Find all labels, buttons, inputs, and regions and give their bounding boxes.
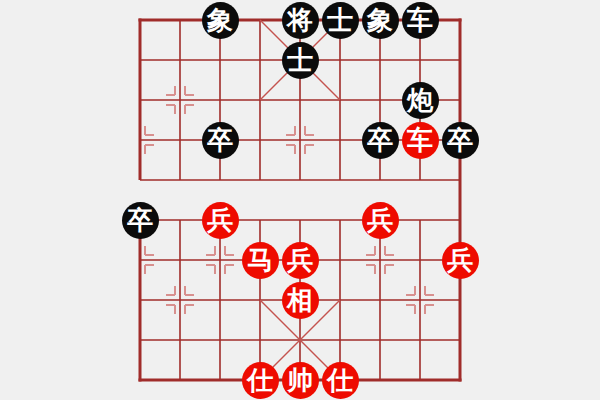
red-advisor-piece[interactable]: 仕 <box>322 362 359 399</box>
black-chariot-piece[interactable]: 车 <box>402 2 439 39</box>
red-king-piece[interactable]: 帅 <box>282 362 319 399</box>
red-soldier-piece[interactable]: 兵 <box>202 202 239 239</box>
red-elephant-piece[interactable]: 相 <box>282 282 319 319</box>
red-soldier-piece[interactable]: 兵 <box>282 242 319 279</box>
black-soldier-piece[interactable]: 卒 <box>122 202 159 239</box>
black-soldier-piece[interactable]: 卒 <box>362 122 399 159</box>
black-elephant-piece[interactable]: 象 <box>202 2 239 39</box>
red-horse-piece[interactable]: 马 <box>242 242 279 279</box>
black-soldier-piece[interactable]: 卒 <box>442 122 479 159</box>
black-general-piece[interactable]: 将 <box>282 2 319 39</box>
black-elephant-piece[interactable]: 象 <box>362 2 399 39</box>
xiangqi-board[interactable]: 象将士象车士炮卒卒车卒卒兵兵马兵兵相仕帅仕 <box>0 0 600 400</box>
black-advisor-piece[interactable]: 士 <box>322 2 359 39</box>
red-soldier-piece[interactable]: 兵 <box>442 242 479 279</box>
red-chariot-piece[interactable]: 车 <box>402 122 439 159</box>
black-cannon-piece[interactable]: 炮 <box>402 82 439 119</box>
red-soldier-piece[interactable]: 兵 <box>362 202 399 239</box>
black-soldier-piece[interactable]: 卒 <box>202 122 239 159</box>
black-advisor-piece[interactable]: 士 <box>282 42 319 79</box>
red-advisor-piece[interactable]: 仕 <box>242 362 279 399</box>
